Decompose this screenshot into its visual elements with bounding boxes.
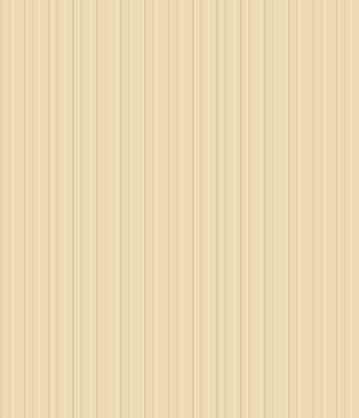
board-grid (0, 0, 359, 418)
xiangqi-board-app (0, 0, 359, 418)
